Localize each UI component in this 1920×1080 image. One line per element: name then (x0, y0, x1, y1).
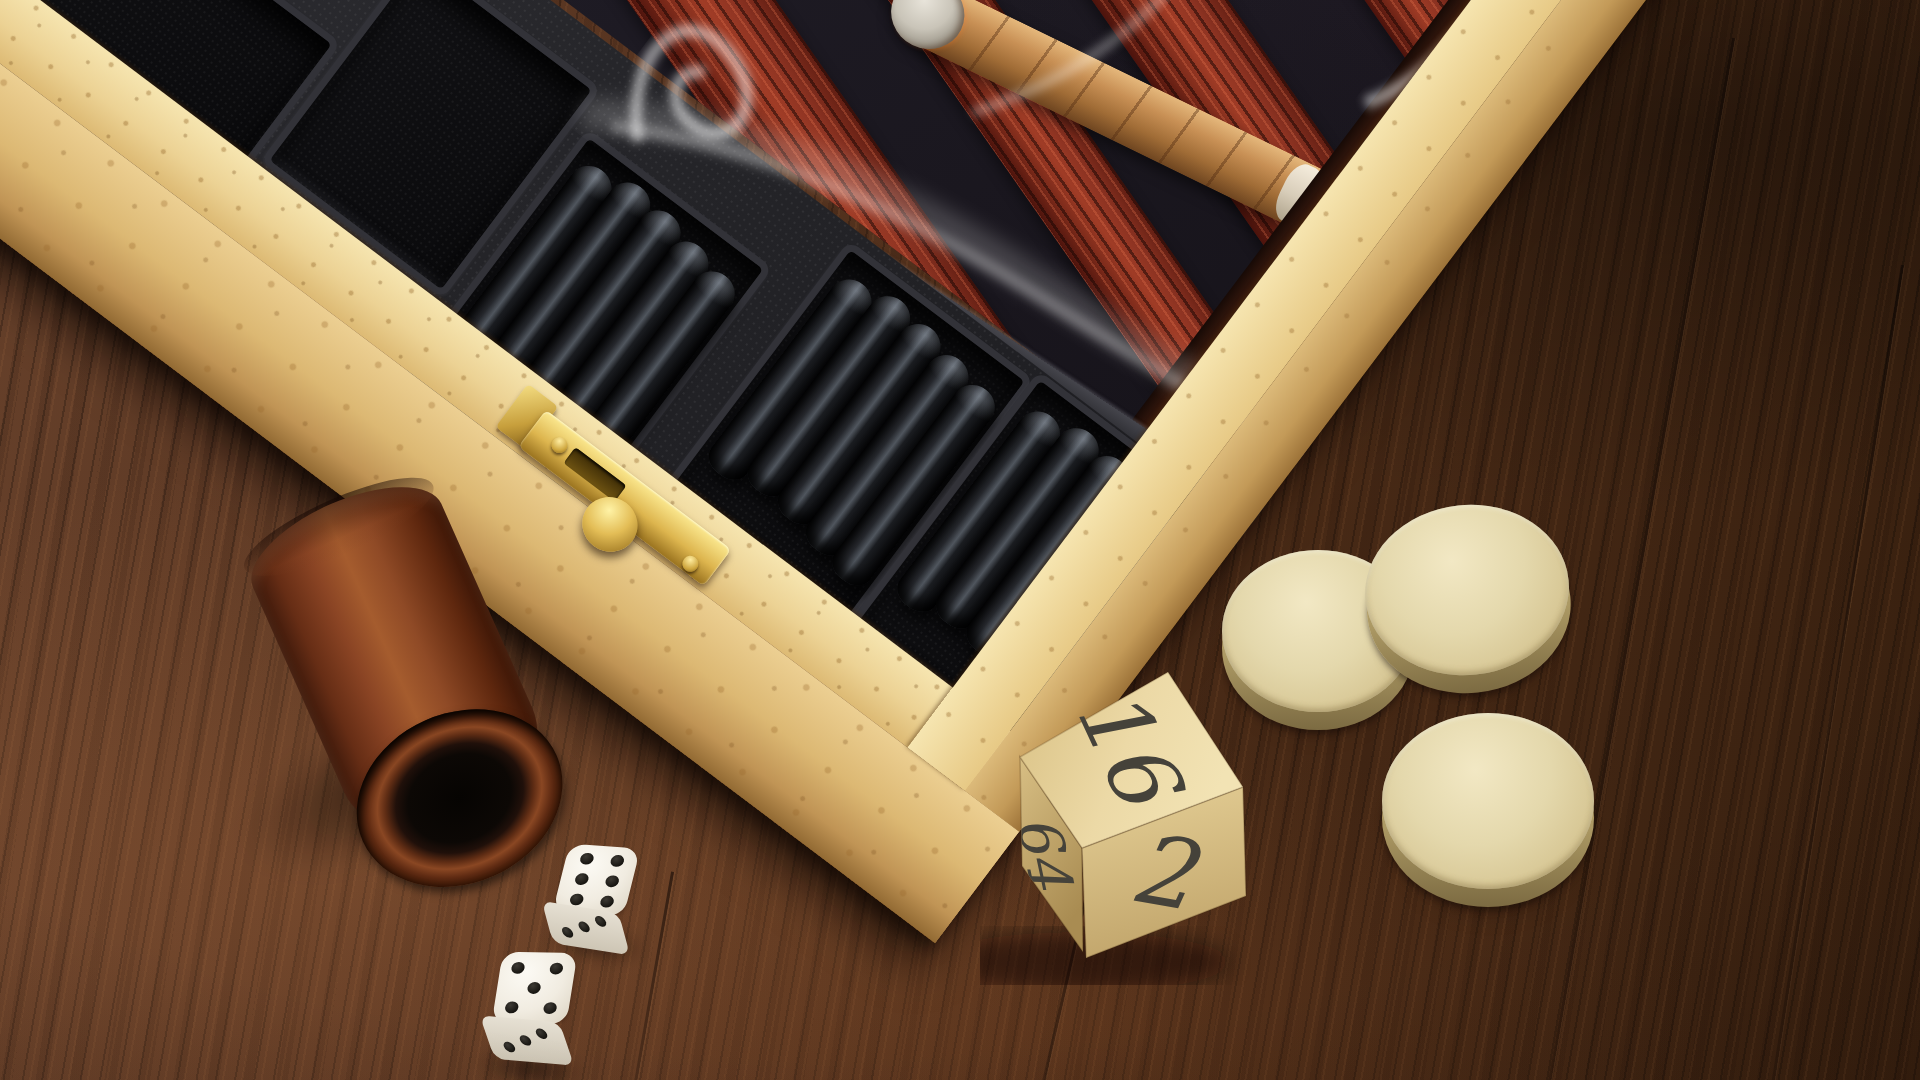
pip (609, 855, 625, 868)
cream-checker-3 (1382, 713, 1594, 907)
pip (502, 1041, 517, 1052)
die-1 (544, 837, 644, 955)
die-2 (485, 944, 583, 1067)
pip (549, 963, 564, 975)
pip (594, 915, 608, 927)
cream-checker-2 (1357, 495, 1580, 703)
pip (574, 873, 590, 886)
pip (543, 1002, 558, 1014)
pip (527, 982, 542, 994)
cream-checker-top (1382, 713, 1594, 889)
die-2-top-face-5 (492, 952, 578, 1024)
pip (569, 893, 585, 906)
pip (561, 926, 575, 938)
pip (511, 962, 526, 974)
die-2-front-face-3 (480, 1015, 575, 1065)
pip (577, 921, 591, 933)
pip (579, 852, 595, 865)
pip (599, 895, 615, 908)
pip (604, 875, 620, 888)
pip (534, 1028, 549, 1039)
pip (518, 1035, 533, 1046)
backgammon-set-photo: 16 64 2 (0, 0, 1920, 1080)
pip (504, 1001, 519, 1013)
